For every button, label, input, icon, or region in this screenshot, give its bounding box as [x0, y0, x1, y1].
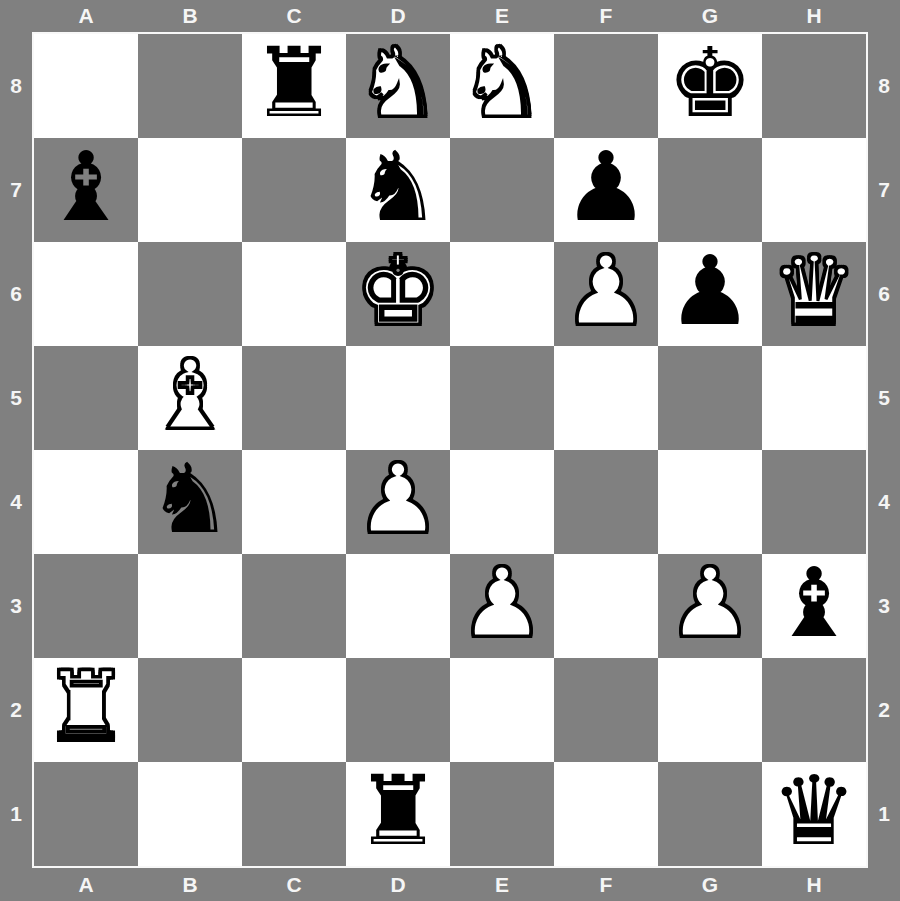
piece-white-pawn[interactable]: ♟ — [459, 555, 545, 651]
square-h7[interactable] — [762, 138, 866, 242]
square-f3[interactable] — [554, 554, 658, 658]
file-label-d-bottom: D — [346, 868, 450, 901]
square-b6[interactable] — [138, 242, 242, 346]
rank-label-6-right: 6 — [868, 242, 900, 346]
piece-black-bishop[interactable]: ♝ — [43, 139, 129, 235]
square-c4[interactable] — [242, 450, 346, 554]
square-c7[interactable] — [242, 138, 346, 242]
square-d6[interactable]: ♚ — [346, 242, 450, 346]
rank-labels-right: 87654321 — [868, 34, 900, 866]
rank-label-1-right: 1 — [868, 762, 900, 866]
rank-label-7-right: 7 — [868, 138, 900, 242]
square-g6[interactable]: ♟ — [658, 242, 762, 346]
piece-white-pawn[interactable]: ♟ — [563, 243, 649, 339]
square-f4[interactable] — [554, 450, 658, 554]
square-b3[interactable] — [138, 554, 242, 658]
rank-label-6-left: 6 — [0, 242, 32, 346]
square-a7[interactable]: ♝ — [34, 138, 138, 242]
square-a5[interactable] — [34, 346, 138, 450]
square-c2[interactable] — [242, 658, 346, 762]
square-a3[interactable] — [34, 554, 138, 658]
piece-black-knight[interactable]: ♞ — [147, 451, 233, 547]
square-h4[interactable] — [762, 450, 866, 554]
square-d2[interactable] — [346, 658, 450, 762]
rank-label-7-left: 7 — [0, 138, 32, 242]
file-label-a-top: A — [34, 0, 138, 32]
piece-white-bishop[interactable]: ♝ — [147, 347, 233, 443]
file-label-c-bottom: C — [242, 868, 346, 901]
rank-label-8-left: 8 — [0, 34, 32, 138]
square-a2[interactable]: ♜ — [34, 658, 138, 762]
rank-label-5-right: 5 — [868, 346, 900, 450]
square-h8[interactable] — [762, 34, 866, 138]
file-label-f-top: F — [554, 0, 658, 32]
square-c8[interactable]: ♜ — [242, 34, 346, 138]
rank-label-3-left: 3 — [0, 554, 32, 658]
square-f1[interactable] — [554, 762, 658, 866]
piece-black-rook[interactable]: ♜ — [251, 35, 337, 131]
square-c5[interactable] — [242, 346, 346, 450]
square-d1[interactable]: ♜ — [346, 762, 450, 866]
piece-black-queen[interactable]: ♛ — [771, 763, 857, 859]
piece-white-pawn[interactable]: ♟ — [667, 555, 753, 651]
square-g1[interactable] — [658, 762, 762, 866]
square-b8[interactable] — [138, 34, 242, 138]
square-e3[interactable]: ♟ — [450, 554, 554, 658]
file-label-h-top: H — [762, 0, 866, 32]
file-label-b-top: B — [138, 0, 242, 32]
square-f8[interactable] — [554, 34, 658, 138]
piece-black-rook[interactable]: ♜ — [355, 763, 441, 859]
square-b2[interactable] — [138, 658, 242, 762]
square-d4[interactable]: ♟ — [346, 450, 450, 554]
square-c3[interactable] — [242, 554, 346, 658]
piece-white-king[interactable]: ♚ — [355, 243, 441, 339]
rank-labels-left: 87654321 — [0, 34, 32, 866]
piece-white-pawn[interactable]: ♟ — [355, 451, 441, 547]
rank-label-4-left: 4 — [0, 450, 32, 554]
square-a1[interactable] — [34, 762, 138, 866]
square-h1[interactable]: ♛ — [762, 762, 866, 866]
file-labels-bottom: ABCDEFGH — [34, 868, 866, 901]
square-e2[interactable] — [450, 658, 554, 762]
square-f7[interactable]: ♟ — [554, 138, 658, 242]
rank-label-3-right: 3 — [868, 554, 900, 658]
square-g3[interactable]: ♟ — [658, 554, 762, 658]
rank-label-4-right: 4 — [868, 450, 900, 554]
file-label-f-bottom: F — [554, 868, 658, 901]
square-h5[interactable] — [762, 346, 866, 450]
square-a6[interactable] — [34, 242, 138, 346]
rank-label-1-left: 1 — [0, 762, 32, 866]
square-e8[interactable]: ♞ — [450, 34, 554, 138]
file-label-a-bottom: A — [34, 868, 138, 901]
square-g7[interactable] — [658, 138, 762, 242]
rank-label-5-left: 5 — [0, 346, 32, 450]
file-label-e-bottom: E — [450, 868, 554, 901]
piece-black-king[interactable]: ♚ — [667, 35, 753, 131]
square-e4[interactable] — [450, 450, 554, 554]
square-e1[interactable] — [450, 762, 554, 866]
chess-board-frame: ABCDEFGH ABCDEFGH 87654321 87654321 ♜♞♞♚… — [0, 0, 900, 901]
file-label-b-bottom: B — [138, 868, 242, 901]
square-g2[interactable] — [658, 658, 762, 762]
square-f6[interactable]: ♟ — [554, 242, 658, 346]
square-f5[interactable] — [554, 346, 658, 450]
piece-black-pawn[interactable]: ♟ — [667, 243, 753, 339]
square-b1[interactable] — [138, 762, 242, 866]
square-e5[interactable] — [450, 346, 554, 450]
square-h2[interactable] — [762, 658, 866, 762]
rank-label-2-left: 2 — [0, 658, 32, 762]
piece-white-knight[interactable]: ♞ — [355, 35, 441, 131]
square-g4[interactable] — [658, 450, 762, 554]
square-e6[interactable] — [450, 242, 554, 346]
square-c1[interactable] — [242, 762, 346, 866]
square-h6[interactable]: ♛ — [762, 242, 866, 346]
square-a4[interactable] — [34, 450, 138, 554]
piece-black-pawn[interactable]: ♟ — [563, 139, 649, 235]
square-h3[interactable]: ♝ — [762, 554, 866, 658]
square-d7[interactable]: ♞ — [346, 138, 450, 242]
square-b7[interactable] — [138, 138, 242, 242]
square-d5[interactable] — [346, 346, 450, 450]
square-d8[interactable]: ♞ — [346, 34, 450, 138]
square-f2[interactable] — [554, 658, 658, 762]
piece-white-queen[interactable]: ♛ — [771, 243, 857, 339]
square-b5[interactable]: ♝ — [138, 346, 242, 450]
rank-label-2-right: 2 — [868, 658, 900, 762]
square-g8[interactable]: ♚ — [658, 34, 762, 138]
square-e7[interactable] — [450, 138, 554, 242]
square-c6[interactable] — [242, 242, 346, 346]
piece-black-bishop[interactable]: ♝ — [771, 555, 857, 651]
square-g5[interactable] — [658, 346, 762, 450]
piece-black-knight[interactable]: ♞ — [355, 139, 441, 235]
file-label-h-bottom: H — [762, 868, 866, 901]
square-d3[interactable] — [346, 554, 450, 658]
square-a8[interactable] — [34, 34, 138, 138]
square-b4[interactable]: ♞ — [138, 450, 242, 554]
chess-board[interactable]: ♜♞♞♚♝♞♟♚♟♟♛♝♞♟♟♟♝♜♜♛ — [32, 32, 868, 868]
file-label-g-bottom: G — [658, 868, 762, 901]
rank-label-8-right: 8 — [868, 34, 900, 138]
piece-white-knight[interactable]: ♞ — [459, 35, 545, 131]
piece-white-rook[interactable]: ♜ — [43, 659, 129, 755]
